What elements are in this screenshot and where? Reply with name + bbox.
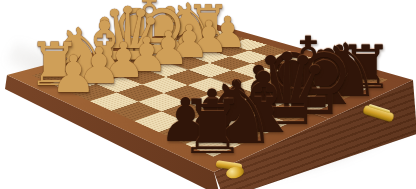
piece-black-rook-a8[interactable]: ♜ xyxy=(175,91,250,166)
piece-white-pawn-a2[interactable]: ♟ xyxy=(48,49,99,100)
chess-set-photo: ♜♞♟♝♟♚♟♛♟♝♟♞♟♟♜♟♟♜♟♟♞♟♝♟♚♟♛♟♝♟♞♜ xyxy=(0,0,416,189)
